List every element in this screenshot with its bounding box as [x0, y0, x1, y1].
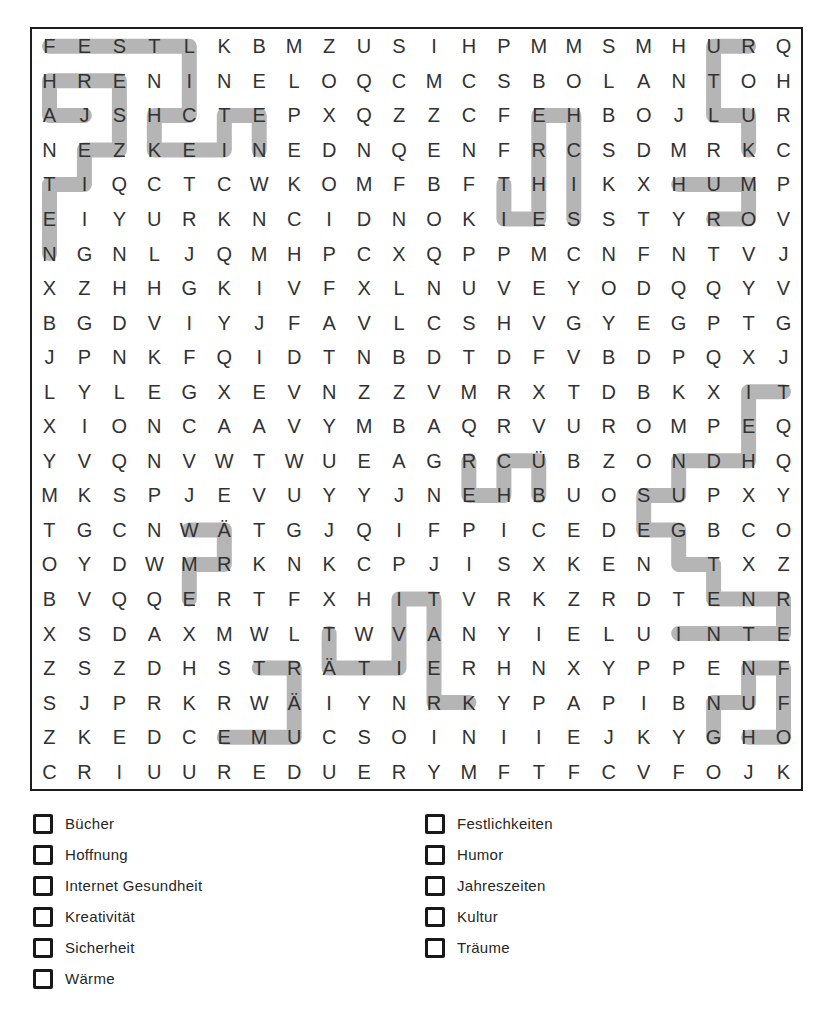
grid-cell[interactable]: U	[731, 685, 766, 720]
grid-cell[interactable]: M	[451, 754, 486, 789]
grid-cell[interactable]: A	[242, 409, 277, 444]
grid-cell[interactable]: C	[172, 409, 207, 444]
grid-cell[interactable]: E	[731, 409, 766, 444]
grid-cell[interactable]: R	[207, 582, 242, 617]
grid-cell[interactable]: T	[661, 582, 696, 617]
grid-cell[interactable]: W	[207, 444, 242, 479]
grid-cell[interactable]: J	[312, 513, 347, 548]
grid-cell[interactable]: N	[731, 582, 766, 617]
grid-cell[interactable]: U	[137, 754, 172, 789]
grid-cell[interactable]: A	[626, 64, 661, 99]
grid-cell[interactable]: A	[137, 616, 172, 651]
grid-cell[interactable]: X	[731, 478, 766, 513]
grid-cell[interactable]: Y	[312, 478, 347, 513]
grid-cell[interactable]: Y	[347, 478, 382, 513]
grid-cell[interactable]: T	[766, 374, 801, 409]
grid-cell[interactable]: V	[277, 409, 312, 444]
grid-cell[interactable]: Q	[137, 582, 172, 617]
grid-cell[interactable]: P	[696, 478, 731, 513]
grid-cell[interactable]: S	[102, 29, 137, 64]
grid-cell[interactable]: N	[137, 409, 172, 444]
grid-cell[interactable]: D	[102, 547, 137, 582]
grid-cell[interactable]: I	[172, 64, 207, 99]
grid-cell[interactable]: B	[32, 582, 67, 617]
grid-cell[interactable]: F	[486, 754, 521, 789]
grid-cell[interactable]: E	[242, 754, 277, 789]
grid-cell[interactable]: S	[102, 478, 137, 513]
grid-cell[interactable]: F	[661, 754, 696, 789]
grid-cell[interactable]: Q	[347, 64, 382, 99]
grid-cell[interactable]: U	[347, 29, 382, 64]
grid-cell[interactable]: Y	[486, 685, 521, 720]
word-checkbox[interactable]	[33, 907, 53, 927]
grid-cell[interactable]: N	[451, 133, 486, 168]
grid-cell[interactable]: V	[416, 374, 451, 409]
grid-cell[interactable]: U	[277, 478, 312, 513]
grid-cell[interactable]: J	[731, 754, 766, 789]
grid-cell[interactable]: X	[626, 167, 661, 202]
grid-cell[interactable]: T	[556, 374, 591, 409]
grid-cell[interactable]: P	[382, 547, 417, 582]
grid-cell[interactable]: M	[347, 167, 382, 202]
grid-cell[interactable]: D	[696, 444, 731, 479]
word-list-item[interactable]: Wärme	[33, 963, 202, 994]
grid-cell[interactable]: S	[67, 616, 102, 651]
grid-cell[interactable]: U	[451, 271, 486, 306]
grid-cell[interactable]: R	[137, 685, 172, 720]
grid-cell[interactable]: K	[207, 29, 242, 64]
grid-cell[interactable]: Y	[591, 651, 626, 686]
grid-cell[interactable]: J	[172, 478, 207, 513]
grid-cell[interactable]: N	[102, 236, 137, 271]
grid-cell[interactable]: R	[486, 374, 521, 409]
grid-cell[interactable]: X	[556, 651, 591, 686]
grid-cell[interactable]: X	[32, 409, 67, 444]
grid-cell[interactable]: N	[521, 651, 556, 686]
grid-cell[interactable]: E	[766, 616, 801, 651]
word-checkbox[interactable]	[33, 969, 53, 989]
grid-cell[interactable]: P	[661, 651, 696, 686]
grid-cell[interactable]: S	[451, 305, 486, 340]
grid-cell[interactable]: E	[591, 547, 626, 582]
grid-cell[interactable]: I	[207, 133, 242, 168]
grid-cell[interactable]: K	[312, 547, 347, 582]
word-list-item[interactable]: Bücher	[33, 808, 202, 839]
grid-cell[interactable]: F	[521, 340, 556, 375]
grid-cell[interactable]: Ü	[521, 444, 556, 479]
grid-cell[interactable]: Y	[67, 547, 102, 582]
grid-cell[interactable]: O	[416, 202, 451, 237]
grid-cell[interactable]: U	[731, 98, 766, 133]
grid-cell[interactable]: E	[451, 478, 486, 513]
grid-cell[interactable]: N	[591, 236, 626, 271]
grid-cell[interactable]: K	[137, 133, 172, 168]
grid-cell[interactable]: E	[416, 651, 451, 686]
grid-cell[interactable]: N	[277, 547, 312, 582]
grid-cell[interactable]: M	[521, 236, 556, 271]
grid-cell[interactable]: V	[521, 409, 556, 444]
grid-cell[interactable]: E	[347, 444, 382, 479]
grid-cell[interactable]: K	[67, 478, 102, 513]
grid-cell[interactable]: R	[207, 547, 242, 582]
grid-cell[interactable]: N	[451, 720, 486, 755]
grid-cell[interactable]: K	[242, 547, 277, 582]
grid-cell[interactable]: D	[626, 340, 661, 375]
grid-cell[interactable]: Y	[731, 271, 766, 306]
grid-cell[interactable]: T	[32, 167, 67, 202]
grid-cell[interactable]: E	[416, 133, 451, 168]
grid-cell[interactable]: O	[312, 64, 347, 99]
word-checkbox[interactable]	[33, 814, 53, 834]
grid-cell[interactable]: N	[137, 64, 172, 99]
grid-cell[interactable]: P	[521, 685, 556, 720]
grid-cell[interactable]: R	[277, 651, 312, 686]
grid-cell[interactable]: U	[312, 444, 347, 479]
grid-cell[interactable]: X	[32, 616, 67, 651]
grid-cell[interactable]: C	[731, 513, 766, 548]
grid-cell[interactable]: A	[416, 616, 451, 651]
grid-cell[interactable]: D	[626, 582, 661, 617]
grid-cell[interactable]: H	[661, 29, 696, 64]
grid-cell[interactable]: Z	[32, 651, 67, 686]
grid-cell[interactable]: R	[766, 98, 801, 133]
grid-cell[interactable]: N	[696, 685, 731, 720]
grid-cell[interactable]: Z	[102, 133, 137, 168]
grid-cell[interactable]: A	[32, 98, 67, 133]
grid-cell[interactable]: E	[696, 651, 731, 686]
grid-cell[interactable]: E	[347, 754, 382, 789]
grid-cell[interactable]: G	[172, 374, 207, 409]
grid-cell[interactable]: G	[172, 271, 207, 306]
grid-cell[interactable]: F	[626, 236, 661, 271]
grid-cell[interactable]: H	[172, 651, 207, 686]
grid-cell[interactable]: K	[207, 271, 242, 306]
grid-cell[interactable]: I	[416, 29, 451, 64]
grid-cell[interactable]: F	[277, 305, 312, 340]
grid-cell[interactable]: H	[347, 582, 382, 617]
grid-cell[interactable]: I	[486, 513, 521, 548]
grid-cell[interactable]: M	[347, 409, 382, 444]
grid-cell[interactable]	[661, 547, 696, 582]
grid-cell[interactable]: C	[277, 202, 312, 237]
word-checkbox[interactable]	[425, 845, 445, 865]
grid-cell[interactable]: W	[172, 513, 207, 548]
grid-cell[interactable]: H	[731, 444, 766, 479]
grid-cell[interactable]: X	[312, 98, 347, 133]
grid-cell[interactable]: I	[242, 271, 277, 306]
grid-cell[interactable]: K	[661, 374, 696, 409]
grid-cell[interactable]: Y	[416, 754, 451, 789]
word-checkbox[interactable]	[425, 907, 445, 927]
grid-cell[interactable]: Y	[661, 202, 696, 237]
grid-cell[interactable]: S	[102, 98, 137, 133]
grid-cell[interactable]: F	[766, 685, 801, 720]
grid-cell[interactable]: N	[242, 133, 277, 168]
grid-cell[interactable]: O	[731, 64, 766, 99]
grid-cell[interactable]: C	[416, 305, 451, 340]
grid-cell[interactable]: T	[486, 167, 521, 202]
grid-cell[interactable]: E	[207, 478, 242, 513]
grid-cell[interactable]: N	[347, 133, 382, 168]
grid-cell[interactable]: I	[451, 547, 486, 582]
grid-cell[interactable]: E	[172, 133, 207, 168]
grid-cell[interactable]: R	[451, 444, 486, 479]
grid-cell[interactable]: X	[731, 340, 766, 375]
grid-cell[interactable]: E	[556, 513, 591, 548]
grid-cell[interactable]: T	[731, 616, 766, 651]
grid-cell[interactable]: S	[591, 29, 626, 64]
grid-cell[interactable]: D	[277, 340, 312, 375]
grid-cell[interactable]: O	[102, 409, 137, 444]
grid-cell[interactable]: R	[696, 202, 731, 237]
grid-cell[interactable]: S	[486, 547, 521, 582]
grid-cell[interactable]: I	[172, 305, 207, 340]
grid-cell[interactable]: C	[347, 547, 382, 582]
grid-cell[interactable]: E	[521, 202, 556, 237]
grid-cell[interactable]: H	[137, 271, 172, 306]
grid-cell[interactable]: D	[626, 133, 661, 168]
grid-cell[interactable]: Z	[416, 98, 451, 133]
grid-cell[interactable]: C	[766, 133, 801, 168]
grid-cell[interactable]: W	[277, 444, 312, 479]
grid-cell[interactable]: W	[137, 547, 172, 582]
grid-cell[interactable]: I	[486, 202, 521, 237]
grid-cell[interactable]: P	[277, 98, 312, 133]
grid-cell[interactable]: B	[556, 444, 591, 479]
grid-cell[interactable]: C	[207, 167, 242, 202]
word-list-item[interactable]: Humor	[425, 839, 553, 870]
grid-cell[interactable]: P	[591, 685, 626, 720]
grid-cell[interactable]: Z	[312, 29, 347, 64]
grid-cell[interactable]: E	[242, 64, 277, 99]
grid-cell[interactable]: S	[347, 720, 382, 755]
grid-cell[interactable]: S	[32, 685, 67, 720]
grid-cell[interactable]: N	[661, 444, 696, 479]
grid-cell[interactable]: X	[731, 547, 766, 582]
grid-cell[interactable]: F	[312, 271, 347, 306]
grid-cell[interactable]: Z	[766, 547, 801, 582]
grid-cell[interactable]: Q	[766, 29, 801, 64]
grid-cell[interactable]: Z	[32, 720, 67, 755]
grid-cell[interactable]: X	[382, 236, 417, 271]
grid-cell[interactable]: O	[312, 167, 347, 202]
grid-cell[interactable]: P	[451, 236, 486, 271]
grid-cell[interactable]: M	[556, 29, 591, 64]
grid-cell[interactable]: N	[102, 340, 137, 375]
grid-cell[interactable]: O	[766, 513, 801, 548]
grid-cell[interactable]: L	[591, 64, 626, 99]
grid-cell[interactable]: R	[172, 202, 207, 237]
grid-cell[interactable]: S	[382, 29, 417, 64]
grid-cell[interactable]: L	[32, 374, 67, 409]
grid-cell[interactable]: J	[382, 478, 417, 513]
grid-cell[interactable]: T	[32, 513, 67, 548]
grid-cell[interactable]: M	[451, 374, 486, 409]
grid-cell[interactable]: K	[521, 582, 556, 617]
grid-cell[interactable]: Y	[661, 720, 696, 755]
grid-cell[interactable]: R	[451, 651, 486, 686]
grid-cell[interactable]: Ä	[207, 513, 242, 548]
grid-cell[interactable]: T	[242, 444, 277, 479]
grid-cell[interactable]: S	[626, 478, 661, 513]
grid-cell[interactable]: F	[486, 98, 521, 133]
grid-cell[interactable]: T	[696, 547, 731, 582]
grid-cell[interactable]: W	[242, 685, 277, 720]
grid-cell[interactable]: N	[32, 133, 67, 168]
grid-cell[interactable]: D	[137, 651, 172, 686]
grid-cell[interactable]: M	[626, 29, 661, 64]
grid-cell[interactable]: J	[172, 236, 207, 271]
grid-cell[interactable]: L	[382, 305, 417, 340]
grid-cell[interactable]: V	[347, 305, 382, 340]
grid-cell[interactable]: N	[137, 444, 172, 479]
grid-cell[interactable]: I	[731, 374, 766, 409]
grid-cell[interactable]: O	[382, 720, 417, 755]
grid-cell[interactable]: B	[416, 167, 451, 202]
grid-cell[interactable]: W	[242, 167, 277, 202]
grid-cell[interactable]: G	[766, 305, 801, 340]
grid-cell[interactable]: N	[312, 374, 347, 409]
grid-cell[interactable]: U	[312, 754, 347, 789]
grid-cell[interactable]: Q	[347, 513, 382, 548]
grid-cell[interactable]: T	[696, 64, 731, 99]
word-checkbox[interactable]	[425, 938, 445, 958]
grid-cell[interactable]: L	[137, 236, 172, 271]
grid-cell[interactable]: Z	[102, 651, 137, 686]
grid-cell[interactable]: K	[451, 202, 486, 237]
grid-cell[interactable]: P	[67, 340, 102, 375]
grid-cell[interactable]: E	[137, 374, 172, 409]
grid-cell[interactable]: B	[382, 409, 417, 444]
grid-cell[interactable]: Y	[32, 444, 67, 479]
grid-cell[interactable]: M	[416, 64, 451, 99]
grid-cell[interactable]: I	[312, 685, 347, 720]
grid-cell[interactable]: Y	[102, 202, 137, 237]
word-checkbox[interactable]	[33, 845, 53, 865]
grid-cell[interactable]: R	[382, 754, 417, 789]
grid-cell[interactable]: G	[696, 720, 731, 755]
grid-cell[interactable]: M	[242, 236, 277, 271]
grid-cell[interactable]: D	[102, 616, 137, 651]
grid-cell[interactable]: R	[416, 685, 451, 720]
grid-cell[interactable]: N	[416, 271, 451, 306]
grid-cell[interactable]: K	[172, 685, 207, 720]
grid-cell[interactable]: V	[382, 616, 417, 651]
grid-cell[interactable]: I	[416, 720, 451, 755]
grid-cell[interactable]: F	[172, 340, 207, 375]
grid-cell[interactable]: P	[137, 478, 172, 513]
grid-cell[interactable]: P	[661, 340, 696, 375]
grid-cell[interactable]: U	[661, 478, 696, 513]
grid-cell[interactable]: M	[172, 547, 207, 582]
grid-cell[interactable]: M	[207, 616, 242, 651]
grid-cell[interactable]: O	[626, 444, 661, 479]
grid-cell[interactable]: H	[766, 64, 801, 99]
grid-cell[interactable]: E	[626, 305, 661, 340]
grid-cell[interactable]: J	[67, 685, 102, 720]
grid-cell[interactable]: C	[347, 236, 382, 271]
grid-cell[interactable]: J	[242, 305, 277, 340]
grid-cell[interactable]: V	[137, 305, 172, 340]
grid-cell[interactable]: Q	[661, 271, 696, 306]
grid-cell[interactable]: E	[626, 513, 661, 548]
grid-cell[interactable]: B	[591, 340, 626, 375]
grid-cell[interactable]: C	[312, 720, 347, 755]
grid-cell[interactable]: N	[207, 64, 242, 99]
grid-cell[interactable]: N	[731, 651, 766, 686]
grid-cell[interactable]: Q	[102, 582, 137, 617]
grid-cell[interactable]: T	[312, 340, 347, 375]
grid-cell[interactable]: F	[486, 133, 521, 168]
grid-cell[interactable]: J	[766, 236, 801, 271]
grid-cell[interactable]: Y	[486, 616, 521, 651]
grid-cell[interactable]: I	[556, 167, 591, 202]
grid-cell[interactable]: V	[277, 374, 312, 409]
grid-cell[interactable]: X	[521, 374, 556, 409]
grid-cell[interactable]: S	[67, 651, 102, 686]
grid-cell[interactable]: C	[172, 720, 207, 755]
grid-cell[interactable]: E	[32, 202, 67, 237]
grid-cell[interactable]: Y	[766, 478, 801, 513]
grid-cell[interactable]: G	[556, 305, 591, 340]
grid-cell[interactable]: O	[731, 202, 766, 237]
grid-cell[interactable]: X	[207, 374, 242, 409]
grid-cell[interactable]: O	[591, 271, 626, 306]
grid-cell[interactable]: N	[347, 340, 382, 375]
grid-cell[interactable]: J	[661, 98, 696, 133]
grid-cell[interactable]: G	[67, 305, 102, 340]
grid-cell[interactable]: V	[556, 340, 591, 375]
grid-cell[interactable]: Y	[556, 271, 591, 306]
grid-cell[interactable]: E	[242, 98, 277, 133]
grid-cell[interactable]: R	[486, 409, 521, 444]
word-list-item[interactable]: Internet Gesundheit	[33, 870, 202, 901]
grid-cell[interactable]: Y	[67, 374, 102, 409]
grid-cell[interactable]: A	[416, 409, 451, 444]
grid-cell[interactable]: N	[696, 616, 731, 651]
grid-cell[interactable]: F	[382, 167, 417, 202]
grid-cell[interactable]: I	[242, 340, 277, 375]
grid-cell[interactable]: C	[591, 754, 626, 789]
grid-cell[interactable]: M	[242, 720, 277, 755]
grid-cell[interactable]: B	[32, 305, 67, 340]
grid-cell[interactable]: U	[277, 720, 312, 755]
grid-cell[interactable]: N	[661, 64, 696, 99]
grid-cell[interactable]: Q	[696, 271, 731, 306]
grid-cell[interactable]: N	[137, 513, 172, 548]
grid-cell[interactable]: P	[696, 409, 731, 444]
grid-cell[interactable]: P	[696, 305, 731, 340]
grid-cell[interactable]: S	[591, 202, 626, 237]
grid-cell[interactable]: H	[102, 271, 137, 306]
grid-cell[interactable]: V	[451, 582, 486, 617]
grid-cell[interactable]: K	[591, 167, 626, 202]
grid-cell[interactable]: K	[556, 547, 591, 582]
grid-cell[interactable]: T	[242, 582, 277, 617]
grid-cell[interactable]: M	[731, 167, 766, 202]
grid-cell[interactable]: T	[731, 305, 766, 340]
grid-cell[interactable]: I	[67, 202, 102, 237]
grid-cell[interactable]: I	[67, 167, 102, 202]
grid-cell[interactable]: P	[766, 167, 801, 202]
grid-cell[interactable]: T	[416, 582, 451, 617]
grid-cell[interactable]: R	[207, 754, 242, 789]
grid-cell[interactable]: Q	[102, 444, 137, 479]
grid-cell[interactable]: P	[102, 685, 137, 720]
grid-cell[interactable]: X	[312, 582, 347, 617]
grid-cell[interactable]: O	[591, 478, 626, 513]
grid-cell[interactable]: O	[32, 547, 67, 582]
